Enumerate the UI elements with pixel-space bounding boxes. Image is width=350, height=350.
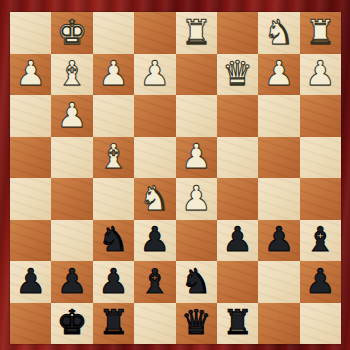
square-a6[interactable] (10, 95, 51, 137)
white-knight-piece: ♞ (140, 181, 170, 215)
black-pawn-piece: ♟ (305, 264, 335, 298)
square-f1[interactable]: ♜ (217, 303, 258, 345)
square-a1[interactable] (10, 303, 51, 345)
square-b7[interactable]: ♝ (51, 54, 92, 96)
square-f6[interactable] (217, 95, 258, 137)
square-e1[interactable]: ♛ (176, 303, 217, 345)
square-d1[interactable] (134, 303, 175, 345)
white-pawn-piece: ♟ (305, 56, 335, 90)
square-g7[interactable]: ♟ (258, 54, 299, 96)
white-bishop-piece: ♝ (98, 139, 128, 173)
chess-board: ♚♜♞♜♟♝♟♟♛♟♟♟♝♟♞♟♞♟♟♟♝♟♟♟♝♞♟♚♜♛♜ (10, 12, 341, 344)
square-d8[interactable] (134, 12, 175, 54)
square-e5[interactable]: ♟ (176, 137, 217, 179)
black-pawn-piece: ♟ (15, 264, 45, 298)
square-a3[interactable] (10, 220, 51, 262)
square-a2[interactable]: ♟ (10, 261, 51, 303)
square-g6[interactable] (258, 95, 299, 137)
white-pawn-piece: ♟ (15, 56, 45, 90)
square-h2[interactable]: ♟ (300, 261, 341, 303)
square-e8[interactable]: ♜ (176, 12, 217, 54)
square-b8[interactable]: ♚ (51, 12, 92, 54)
black-knight-piece: ♞ (98, 222, 128, 256)
square-h8[interactable]: ♜ (300, 12, 341, 54)
square-c2[interactable]: ♟ (93, 261, 134, 303)
black-pawn-piece: ♟ (264, 222, 294, 256)
black-rook-piece: ♜ (98, 305, 128, 339)
black-pawn-piece: ♟ (140, 222, 170, 256)
square-f8[interactable] (217, 12, 258, 54)
square-b6[interactable]: ♟ (51, 95, 92, 137)
square-d5[interactable] (134, 137, 175, 179)
square-g2[interactable] (258, 261, 299, 303)
black-bishop-piece: ♝ (140, 264, 170, 298)
black-pawn-piece: ♟ (57, 264, 87, 298)
square-h4[interactable] (300, 178, 341, 220)
square-g1[interactable] (258, 303, 299, 345)
white-knight-piece: ♞ (264, 15, 294, 49)
black-queen-piece: ♛ (181, 305, 211, 339)
square-g8[interactable]: ♞ (258, 12, 299, 54)
white-pawn-piece: ♟ (57, 98, 87, 132)
square-g5[interactable] (258, 137, 299, 179)
square-a7[interactable]: ♟ (10, 54, 51, 96)
square-h7[interactable]: ♟ (300, 54, 341, 96)
square-b2[interactable]: ♟ (51, 261, 92, 303)
black-king-piece: ♚ (57, 305, 87, 339)
square-d7[interactable]: ♟ (134, 54, 175, 96)
black-bishop-piece: ♝ (305, 222, 335, 256)
white-rook-piece: ♜ (305, 15, 335, 49)
square-a8[interactable] (10, 12, 51, 54)
white-bishop-piece: ♝ (57, 56, 87, 90)
square-h3[interactable]: ♝ (300, 220, 341, 262)
square-c3[interactable]: ♞ (93, 220, 134, 262)
square-f4[interactable] (217, 178, 258, 220)
white-pawn-piece: ♟ (264, 56, 294, 90)
square-c6[interactable] (93, 95, 134, 137)
square-b3[interactable] (51, 220, 92, 262)
white-pawn-piece: ♟ (181, 139, 211, 173)
square-g3[interactable]: ♟ (258, 220, 299, 262)
square-a5[interactable] (10, 137, 51, 179)
white-queen-piece: ♛ (222, 56, 252, 90)
white-pawn-piece: ♟ (181, 181, 211, 215)
square-f7[interactable]: ♛ (217, 54, 258, 96)
square-c4[interactable] (93, 178, 134, 220)
white-king-piece: ♚ (57, 15, 87, 49)
square-h5[interactable] (300, 137, 341, 179)
square-b5[interactable] (51, 137, 92, 179)
square-a4[interactable] (10, 178, 51, 220)
square-e6[interactable] (176, 95, 217, 137)
square-d2[interactable]: ♝ (134, 261, 175, 303)
square-h6[interactable] (300, 95, 341, 137)
square-f2[interactable] (217, 261, 258, 303)
square-h1[interactable] (300, 303, 341, 345)
square-c8[interactable] (93, 12, 134, 54)
square-e4[interactable]: ♟ (176, 178, 217, 220)
black-rook-piece: ♜ (222, 305, 252, 339)
square-c5[interactable]: ♝ (93, 137, 134, 179)
white-pawn-piece: ♟ (98, 56, 128, 90)
square-f3[interactable]: ♟ (217, 220, 258, 262)
board-frame: ♚♜♞♜♟♝♟♟♛♟♟♟♝♟♞♟♞♟♟♟♝♟♟♟♝♞♟♚♜♛♜ (0, 0, 350, 350)
square-b4[interactable] (51, 178, 92, 220)
square-e7[interactable] (176, 54, 217, 96)
square-d3[interactable]: ♟ (134, 220, 175, 262)
black-knight-piece: ♞ (181, 264, 211, 298)
square-c1[interactable]: ♜ (93, 303, 134, 345)
square-f5[interactable] (217, 137, 258, 179)
square-d6[interactable] (134, 95, 175, 137)
square-e2[interactable]: ♞ (176, 261, 217, 303)
black-pawn-piece: ♟ (98, 264, 128, 298)
square-e3[interactable] (176, 220, 217, 262)
square-d4[interactable]: ♞ (134, 178, 175, 220)
white-rook-piece: ♜ (181, 15, 211, 49)
black-pawn-piece: ♟ (222, 222, 252, 256)
white-pawn-piece: ♟ (140, 56, 170, 90)
square-b1[interactable]: ♚ (51, 303, 92, 345)
square-c7[interactable]: ♟ (93, 54, 134, 96)
square-g4[interactable] (258, 178, 299, 220)
